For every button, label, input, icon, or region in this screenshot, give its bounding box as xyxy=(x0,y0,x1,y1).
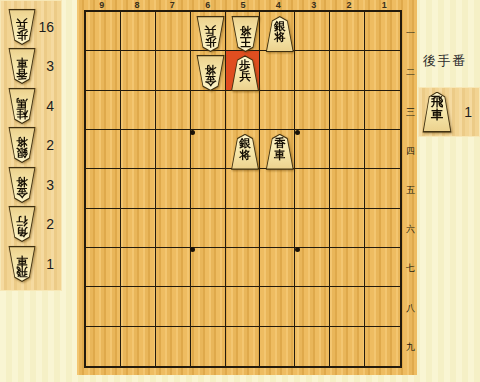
square-2-8[interactable] xyxy=(330,287,365,326)
square-3-9[interactable] xyxy=(295,327,330,366)
piece-kanji: 角行 xyxy=(8,206,36,242)
file-label-8: 8 xyxy=(119,0,154,10)
square-8-9[interactable] xyxy=(121,327,156,366)
square-8-4[interactable] xyxy=(121,130,156,169)
square-4-6[interactable] xyxy=(260,209,295,248)
square-7-8[interactable] xyxy=(156,287,191,326)
square-6-6[interactable] xyxy=(191,209,226,248)
square-2-2[interactable] xyxy=(330,51,365,90)
square-4-5[interactable] xyxy=(260,169,295,208)
gote-王将-51[interactable]: 王将 xyxy=(231,16,260,52)
square-9-2[interactable] xyxy=(86,51,121,90)
hand-count: 3 xyxy=(46,58,61,74)
piece-kanji: 王将 xyxy=(231,16,260,52)
gote-hand-金将[interactable]: 金将3 xyxy=(1,165,61,205)
piece-kanji: 香車 xyxy=(265,134,294,170)
file-label-4: 4 xyxy=(261,0,296,10)
gote-hand-tray: 歩兵16香車3桂馬4銀将2金将3角行2飛車1 xyxy=(0,0,62,291)
square-6-5[interactable] xyxy=(191,169,226,208)
square-1-8[interactable] xyxy=(365,287,400,326)
square-9-9[interactable] xyxy=(86,327,121,366)
square-2-9[interactable] xyxy=(330,327,365,366)
rank-label-7: 七 xyxy=(404,262,417,275)
square-6-8[interactable] xyxy=(191,287,226,326)
square-4-8[interactable] xyxy=(260,287,295,326)
square-3-7[interactable] xyxy=(295,248,330,287)
square-5-9[interactable] xyxy=(226,327,261,366)
square-6-9[interactable] xyxy=(191,327,226,366)
square-4-3[interactable] xyxy=(260,91,295,130)
gote-歩兵-61[interactable]: 歩兵 xyxy=(196,16,225,52)
square-7-9[interactable] xyxy=(156,327,191,366)
piece-kanji: 香車 xyxy=(8,48,36,84)
square-5-3[interactable] xyxy=(226,91,261,130)
file-labels: 987654321 xyxy=(77,0,417,10)
rank-label-1: 一 xyxy=(404,27,417,40)
file-label-7: 7 xyxy=(155,0,190,10)
file-label-2: 2 xyxy=(331,0,366,10)
gote-piece-角行[interactable]: 角行 xyxy=(8,206,36,242)
gote-piece-香車[interactable]: 香車 xyxy=(8,48,36,84)
gote-hand-桂馬[interactable]: 桂馬4 xyxy=(1,86,61,126)
piece-kanji: 飛車 xyxy=(8,246,36,282)
piece-kanji: 歩兵 xyxy=(231,55,260,91)
square-4-7[interactable] xyxy=(260,248,295,287)
hand-count: 2 xyxy=(46,216,61,232)
piece-kanji: 銀将 xyxy=(265,16,294,52)
turn-indicator: 後手番 xyxy=(423,52,467,70)
piece-kanji: 銀将 xyxy=(8,127,36,163)
square-9-7[interactable] xyxy=(86,248,121,287)
square-3-1[interactable] xyxy=(295,12,330,51)
square-4-9[interactable] xyxy=(260,327,295,366)
rank-label-6: 六 xyxy=(404,223,417,236)
square-5-8[interactable] xyxy=(226,287,261,326)
square-7-4[interactable] xyxy=(156,130,191,169)
piece-kanji: 銀将 xyxy=(231,134,260,170)
square-9-5[interactable] xyxy=(86,169,121,208)
square-3-2[interactable] xyxy=(295,51,330,90)
rank-label-2: 二 xyxy=(404,66,417,79)
hand-count: 1 xyxy=(46,256,61,272)
square-1-2[interactable] xyxy=(365,51,400,90)
sente-hand-tray: 飛車1 xyxy=(418,87,480,137)
sente-歩兵-52[interactable]: 歩兵 xyxy=(231,55,260,91)
gote-hand-歩兵[interactable]: 歩兵16 xyxy=(1,7,61,47)
square-6-4[interactable] xyxy=(191,130,226,169)
square-2-5[interactable] xyxy=(330,169,365,208)
file-label-1: 1 xyxy=(367,0,402,10)
rank-label-5: 五 xyxy=(404,184,417,197)
file-label-5: 5 xyxy=(225,0,260,10)
square-3-5[interactable] xyxy=(295,169,330,208)
star-point xyxy=(295,130,300,135)
file-label-3: 3 xyxy=(296,0,331,10)
hand-count: 1 xyxy=(464,104,479,120)
square-6-7[interactable] xyxy=(191,248,226,287)
hand-count: 16 xyxy=(38,19,61,35)
piece-kanji: 桂馬 xyxy=(8,88,36,124)
square-3-4[interactable] xyxy=(295,130,330,169)
board-grid: 歩兵王将銀将金将歩兵銀将香車 xyxy=(84,10,402,368)
hand-count: 2 xyxy=(46,137,61,153)
sente-piece-飛車[interactable]: 飛車 xyxy=(422,92,452,133)
square-5-5[interactable] xyxy=(226,169,261,208)
square-1-1[interactable] xyxy=(365,12,400,51)
gote-piece-飛車[interactable]: 飛車 xyxy=(8,246,36,282)
hand-count: 3 xyxy=(46,177,61,193)
square-1-3[interactable] xyxy=(365,91,400,130)
square-1-4[interactable] xyxy=(365,130,400,169)
square-8-2[interactable] xyxy=(121,51,156,90)
square-9-8[interactable] xyxy=(86,287,121,326)
gote-hand-香車[interactable]: 香車3 xyxy=(1,47,61,87)
rank-label-9: 九 xyxy=(404,341,417,354)
piece-kanji: 歩兵 xyxy=(8,9,36,45)
rank-label-3: 三 xyxy=(404,106,417,119)
sente-銀将-41[interactable]: 銀将 xyxy=(265,16,294,52)
square-9-4[interactable] xyxy=(86,130,121,169)
square-4-2[interactable] xyxy=(260,51,295,90)
square-8-1[interactable] xyxy=(121,12,156,51)
square-2-6[interactable] xyxy=(330,209,365,248)
file-label-9: 9 xyxy=(84,0,119,10)
square-5-6[interactable] xyxy=(226,209,261,248)
gote-piece-銀将[interactable]: 銀将 xyxy=(8,127,36,163)
gote-piece-歩兵[interactable]: 歩兵 xyxy=(8,9,36,45)
square-9-1[interactable] xyxy=(86,12,121,51)
square-8-5[interactable] xyxy=(121,169,156,208)
square-7-5[interactable] xyxy=(156,169,191,208)
gote-hand-飛車[interactable]: 飛車1 xyxy=(1,244,61,284)
square-5-7[interactable] xyxy=(226,248,261,287)
shogi-diagram: 歩兵16香車3桂馬4銀将2金将3角行2飛車1 987654321 歩兵王将銀将金… xyxy=(0,0,480,382)
gote-piece-桂馬[interactable]: 桂馬 xyxy=(8,88,36,124)
square-2-7[interactable] xyxy=(330,248,365,287)
square-3-6[interactable] xyxy=(295,209,330,248)
square-8-3[interactable] xyxy=(121,91,156,130)
square-8-6[interactable] xyxy=(121,209,156,248)
square-6-3[interactable] xyxy=(191,91,226,130)
rank-label-4: 四 xyxy=(404,145,417,158)
gote-hand-銀将[interactable]: 銀将2 xyxy=(1,126,61,166)
piece-kanji: 金将 xyxy=(8,167,36,203)
rank-labels: 一二三四五六七八九 xyxy=(404,10,417,368)
square-7-6[interactable] xyxy=(156,209,191,248)
square-2-1[interactable] xyxy=(330,12,365,51)
piece-kanji: 歩兵 xyxy=(196,16,225,52)
square-2-4[interactable] xyxy=(330,130,365,169)
piece-kanji: 金将 xyxy=(196,55,225,91)
file-label-6: 6 xyxy=(190,0,225,10)
square-7-2[interactable] xyxy=(156,51,191,90)
sente-香車-44[interactable]: 香車 xyxy=(265,134,294,170)
square-8-7[interactable] xyxy=(121,248,156,287)
hand-count: 4 xyxy=(46,98,61,114)
square-7-1[interactable] xyxy=(156,12,191,51)
square-7-3[interactable] xyxy=(156,91,191,130)
square-9-3[interactable] xyxy=(86,91,121,130)
gote-piece-金将[interactable]: 金将 xyxy=(8,167,36,203)
square-3-8[interactable] xyxy=(295,287,330,326)
sente-hand-飛車[interactable]: 飛車1 xyxy=(419,88,479,136)
square-1-5[interactable] xyxy=(365,169,400,208)
piece-kanji: 飛車 xyxy=(422,92,452,133)
square-3-3[interactable] xyxy=(295,91,330,130)
shogi-board: 987654321 歩兵王将銀将金将歩兵銀将香車 一二三四五六七八九 xyxy=(77,0,417,375)
square-8-8[interactable] xyxy=(121,287,156,326)
square-2-3[interactable] xyxy=(330,91,365,130)
sente-銀将-54[interactable]: 銀将 xyxy=(231,134,260,170)
square-9-6[interactable] xyxy=(86,209,121,248)
rank-label-8: 八 xyxy=(404,302,417,315)
gote-金将-62[interactable]: 金将 xyxy=(196,55,225,91)
square-1-6[interactable] xyxy=(365,209,400,248)
gote-hand-角行[interactable]: 角行2 xyxy=(1,205,61,245)
square-1-7[interactable] xyxy=(365,248,400,287)
square-1-9[interactable] xyxy=(365,327,400,366)
square-7-7[interactable] xyxy=(156,248,191,287)
